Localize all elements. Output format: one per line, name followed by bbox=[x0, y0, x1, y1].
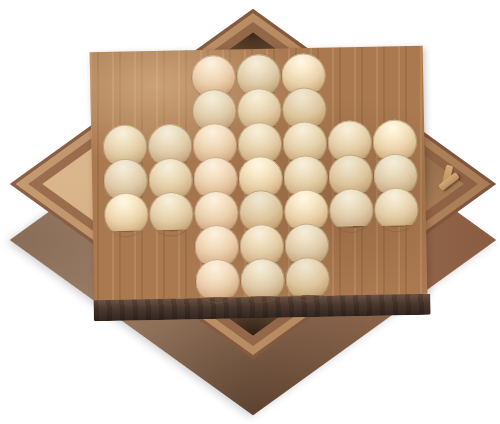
board-hole: ● bbox=[103, 194, 149, 229]
board-blank-corner bbox=[105, 262, 151, 297]
board-blank-corner bbox=[326, 54, 372, 89]
board-blank-corner bbox=[330, 258, 376, 293]
peg-ball[interactable]: ● bbox=[285, 253, 331, 296]
peg-ball[interactable]: ● bbox=[328, 184, 374, 227]
board-hole: ● bbox=[240, 260, 286, 295]
peg-ball[interactable]: ● bbox=[195, 255, 241, 298]
board-hole: ● bbox=[285, 259, 331, 294]
board-blank-corner bbox=[146, 57, 192, 92]
peg-ball[interactable]: ● bbox=[103, 188, 149, 231]
peg-ball[interactable]: ● bbox=[148, 188, 194, 231]
board-blank-corner bbox=[371, 53, 417, 88]
product-photo-scene: ●●●●●●●●●●●●●●●●●●●●●●●●●●●●●●●●● bbox=[0, 0, 500, 424]
board-blank-corner bbox=[150, 261, 196, 296]
board-hole: ● bbox=[373, 189, 419, 224]
peg-ball[interactable]: ● bbox=[240, 254, 286, 297]
solitaire-board-grid: ●●●●●●●●●●●●●●●●●●●●●●●●●●●●●●●●● bbox=[101, 53, 421, 297]
board-hole: ● bbox=[148, 193, 194, 228]
board-blank-corner bbox=[101, 58, 147, 93]
solitaire-board: ●●●●●●●●●●●●●●●●●●●●●●●●●●●●●●●●● bbox=[90, 46, 428, 300]
board-blank-corner bbox=[375, 257, 421, 292]
peg-ball[interactable]: ● bbox=[373, 183, 419, 226]
board-hole: ● bbox=[195, 260, 241, 295]
board-hole: ● bbox=[328, 190, 374, 225]
